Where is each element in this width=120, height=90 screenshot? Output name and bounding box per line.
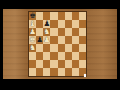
square-f2[interactable]	[65, 60, 72, 68]
square-a2[interactable]	[29, 60, 36, 68]
square-d7[interactable]	[50, 20, 57, 28]
square-e5[interactable]	[58, 36, 65, 44]
square-f5[interactable]	[65, 36, 72, 44]
square-e7[interactable]	[58, 20, 65, 28]
square-f4[interactable]	[65, 44, 72, 52]
square-e2[interactable]	[58, 60, 65, 68]
square-h4[interactable]	[79, 44, 86, 52]
square-b7[interactable]	[36, 20, 43, 28]
square-a1[interactable]	[29, 68, 36, 76]
square-c1[interactable]	[43, 68, 50, 76]
square-g8[interactable]	[72, 12, 79, 20]
square-g3[interactable]	[72, 52, 79, 60]
square-g1[interactable]	[72, 68, 79, 76]
mouse-cursor-dot	[84, 74, 86, 77]
square-f1[interactable]	[65, 68, 72, 76]
square-b3[interactable]	[36, 52, 43, 60]
square-b1[interactable]	[36, 68, 43, 76]
square-d6[interactable]	[50, 28, 57, 36]
chess-board: ♚♝♟♟♞♚♟♟♞	[28, 11, 87, 77]
square-h2[interactable]	[79, 60, 86, 68]
piece-white-knight[interactable]: ♞	[29, 44, 36, 52]
square-g5[interactable]	[72, 36, 79, 44]
square-d3[interactable]	[50, 52, 57, 60]
square-d1[interactable]	[50, 68, 57, 76]
square-a4[interactable]: ♞	[29, 44, 36, 52]
square-b5[interactable]: ♟	[36, 36, 43, 44]
square-e8[interactable]	[58, 12, 65, 20]
square-d2[interactable]	[50, 60, 57, 68]
square-g4[interactable]	[72, 44, 79, 52]
square-b4[interactable]	[36, 44, 43, 52]
piece-white-pawn[interactable]: ♟	[43, 36, 50, 44]
square-g2[interactable]	[72, 60, 79, 68]
square-g7[interactable]	[72, 20, 79, 28]
square-b2[interactable]	[36, 60, 43, 68]
square-c2[interactable]	[43, 60, 50, 68]
square-d5[interactable]	[50, 36, 57, 44]
square-f6[interactable]	[65, 28, 72, 36]
square-d8[interactable]	[50, 12, 57, 20]
square-h7[interactable]	[79, 20, 86, 28]
square-h8[interactable]	[79, 12, 86, 20]
square-e1[interactable]	[58, 68, 65, 76]
square-c3[interactable]	[43, 52, 50, 60]
square-h6[interactable]	[79, 28, 86, 36]
square-g6[interactable]	[72, 28, 79, 36]
piece-black-pawn[interactable]: ♟	[36, 36, 43, 44]
square-e4[interactable]	[58, 44, 65, 52]
square-f7[interactable]	[65, 20, 72, 28]
square-c5[interactable]: ♟	[43, 36, 50, 44]
square-h3[interactable]	[79, 52, 86, 60]
square-b8[interactable]	[36, 12, 43, 20]
square-e3[interactable]	[58, 52, 65, 60]
square-h5[interactable]	[79, 36, 86, 44]
square-f3[interactable]	[65, 52, 72, 60]
square-a3[interactable]	[29, 52, 36, 60]
square-d4[interactable]	[50, 44, 57, 52]
square-e6[interactable]	[58, 28, 65, 36]
square-f8[interactable]	[65, 12, 72, 20]
square-c4[interactable]	[43, 44, 50, 52]
